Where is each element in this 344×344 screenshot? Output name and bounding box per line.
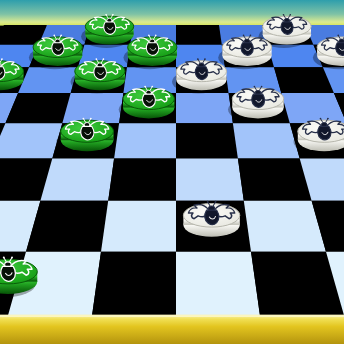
square-r5c4 xyxy=(114,123,176,158)
square-r4c7 xyxy=(281,93,344,123)
square-r7c4 xyxy=(101,201,176,252)
square-r7c6 xyxy=(244,201,326,252)
board-front-edge xyxy=(0,315,344,344)
square-r6c6[interactable] xyxy=(238,159,312,201)
square-r7c3[interactable] xyxy=(26,201,108,252)
square-r6c5 xyxy=(176,159,244,201)
square-r4c3 xyxy=(62,93,123,123)
game-viewport xyxy=(0,0,344,344)
square-r5c2 xyxy=(0,123,62,158)
square-r8c4[interactable] xyxy=(92,252,176,315)
square-r4c5 xyxy=(176,93,233,123)
square-r8c5 xyxy=(176,252,260,315)
square-r1c5[interactable] xyxy=(176,25,222,45)
board-front-edge-highlight xyxy=(0,315,344,317)
square-r6c4[interactable] xyxy=(108,159,176,201)
checkers-board[interactable] xyxy=(0,0,344,344)
square-r5c6 xyxy=(233,123,300,158)
square-r6c3 xyxy=(40,159,114,201)
square-r5c5[interactable] xyxy=(176,123,238,158)
